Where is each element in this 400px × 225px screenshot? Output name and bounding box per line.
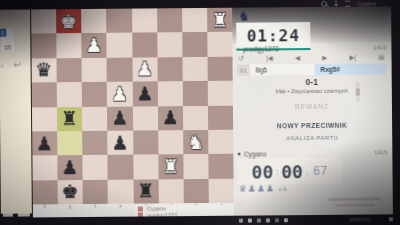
text-fragment: ch [4, 44, 11, 51]
square-b8[interactable] [184, 179, 209, 204]
prev-move-button[interactable]: ◀ [295, 54, 300, 62]
square-g4[interactable] [56, 82, 81, 107]
square-b4[interactable] [183, 81, 208, 106]
black-king[interactable]: ♚ [57, 180, 82, 205]
result-square-icon [138, 206, 143, 211]
black-queen[interactable]: ♛ [31, 58, 56, 83]
taskbar-tray [349, 218, 371, 222]
text-fragment-bar [18, 213, 30, 216]
white-pawn[interactable]: ♟ [132, 57, 157, 82]
taskbar-icon[interactable] [266, 218, 270, 222]
white-pawn[interactable]: ♟ [81, 33, 106, 58]
black-move-current[interactable]: Rxg5# [314, 63, 386, 75]
new-opponent-button[interactable]: NOWY PRZECIWNIK [237, 121, 387, 129]
clock-separator: . [304, 166, 310, 177]
square-d4[interactable]: ♟ [132, 81, 157, 106]
last-move-button[interactable]: ▶| [349, 54, 356, 62]
square-h8[interactable] [32, 180, 57, 205]
square-g6[interactable] [57, 131, 82, 156]
file-label: e [108, 204, 133, 210]
black-pawn[interactable]: ♟ [57, 155, 82, 180]
square-d7[interactable] [133, 155, 158, 180]
clock-seconds: 00 [281, 161, 303, 182]
square-a5[interactable] [208, 105, 233, 130]
square-h6[interactable]: ♟ [32, 131, 57, 156]
square-d8[interactable]: ♜ [133, 179, 158, 204]
square-f3[interactable] [82, 58, 107, 83]
clock-minutes: 00 [251, 161, 273, 182]
square-a1[interactable]: ♜ [207, 8, 232, 33]
player-rating: 1415 [374, 149, 387, 155]
white-king[interactable]: ♚ [56, 9, 81, 34]
clock-fraction: 67 [313, 164, 328, 178]
move-list-scrollbar[interactable] [356, 82, 360, 102]
square-h2[interactable] [31, 34, 56, 59]
captured-pieces-icons: ♛♟♟♟ [239, 183, 275, 193]
square-h7[interactable] [32, 155, 57, 180]
logged-in-username[interactable]: Cygano [357, 0, 376, 6]
square-e7[interactable] [108, 155, 133, 180]
black-pawn[interactable]: ♟ [32, 131, 57, 156]
square-h3[interactable]: ♛ [31, 58, 56, 83]
square-c7[interactable]: ♜ [158, 154, 183, 179]
file-label: h [32, 204, 57, 210]
square-g7[interactable]: ♟ [57, 155, 82, 180]
opponent-rating: 1415 [373, 44, 386, 50]
text-fragment-bar [329, 197, 381, 200]
square-d5[interactable] [132, 106, 157, 131]
move-navigation: ↺|◀◀▶▶|▤ [238, 52, 384, 63]
screen-content: 1 ch o ↩ ♚♜♟♛♟♟♟♜♟♟♟♟♞♟♜♚♜ 12345678 hgfe… [0, 0, 400, 225]
square-c6[interactable] [158, 130, 183, 155]
square-c4[interactable] [157, 81, 182, 106]
square-h5[interactable] [31, 107, 56, 132]
square-g5[interactable]: ♜ [57, 107, 82, 132]
square-f5[interactable] [82, 106, 107, 131]
black-color-icon: ● [237, 151, 241, 157]
square-e3[interactable] [107, 57, 132, 82]
square-a4[interactable] [208, 81, 233, 106]
photo-of-screen: 1 ch o ↩ ♚♜♟♛♟♟♟♜♟♟♟♟♞♟♜♚♜ 12345678 hgfe… [0, 0, 400, 225]
white-knight[interactable]: ♞ [183, 130, 208, 155]
file-label: g [58, 204, 83, 210]
user-icon[interactable] [334, 4, 338, 7]
square-d6[interactable] [133, 130, 158, 155]
square-f4[interactable] [82, 82, 107, 107]
square-a7[interactable] [209, 154, 234, 179]
square-d2[interactable] [132, 33, 157, 58]
square-c2[interactable] [157, 33, 182, 58]
square-b1[interactable] [182, 8, 207, 33]
square-c1[interactable] [157, 8, 182, 33]
next-move-button[interactable]: ▶ [322, 54, 327, 62]
square-f7[interactable] [82, 155, 107, 180]
taskbar-icon[interactable] [389, 217, 393, 221]
square-a6[interactable] [208, 130, 233, 155]
white-rook[interactable]: ♜ [207, 8, 232, 33]
square-e2[interactable] [107, 33, 132, 58]
square-f2[interactable]: ♟ [81, 33, 106, 58]
square-b6[interactable]: ♞ [183, 130, 208, 155]
taskbar-icon[interactable] [257, 218, 261, 222]
flip-board-button[interactable]: ↺ [238, 55, 244, 63]
square-e6[interactable]: ♟ [107, 130, 132, 155]
game-result: 0-1 [237, 76, 387, 87]
square-g3[interactable] [56, 58, 81, 83]
square-h1[interactable] [31, 9, 56, 34]
rematch-button[interactable]: REWANŻ [237, 102, 387, 110]
black-rook[interactable]: ♜ [133, 179, 158, 204]
player-name[interactable]: Cygano [244, 149, 374, 157]
square-a3[interactable] [208, 56, 233, 81]
black-pawn[interactable]: ♟ [107, 106, 132, 131]
square-c8[interactable] [158, 179, 183, 204]
opponent-name[interactable]: prodigy1372 [243, 44, 373, 52]
square-e1[interactable] [106, 9, 131, 34]
square-d3[interactable]: ♟ [132, 57, 157, 82]
black-pawn[interactable]: ♟ [107, 130, 132, 155]
square-b7[interactable] [183, 154, 208, 179]
move-list-row: 31 Bg5 Rxg5# [237, 63, 387, 75]
square-d1[interactable] [132, 8, 157, 33]
square-h4[interactable] [31, 82, 56, 107]
taskbar-icon[interactable] [275, 218, 279, 222]
notification-badge: 1 [0, 29, 6, 37]
knight-logo-icon: ♞ [238, 10, 250, 23]
player-row[interactable]: ● Cygano 1415 [237, 147, 389, 158]
white-color-icon: ○ [236, 46, 240, 52]
material-advantage: +9 [278, 185, 287, 192]
white-rook[interactable]: ♜ [158, 154, 183, 179]
black-pawn[interactable]: ♟ [132, 81, 157, 106]
background-window-strip [0, 9, 32, 213]
move-number: 31 [237, 65, 250, 76]
square-e8[interactable] [108, 179, 133, 204]
player-clock: 00 : 00 . 67 [237, 158, 341, 185]
square-c3[interactable] [157, 57, 182, 82]
white-pawn[interactable]: ♟ [107, 82, 132, 107]
square-e4[interactable]: ♟ [107, 82, 132, 107]
white-move[interactable]: Bg5 [249, 64, 314, 76]
clock-separator: : [274, 166, 280, 177]
square-b5[interactable] [183, 105, 208, 130]
square-b3[interactable] [183, 57, 208, 82]
chess-board[interactable]: ♚♜♟♛♟♟♟♜♟♟♟♟♞♟♜♚♜ [31, 8, 235, 205]
black-rook[interactable]: ♜ [57, 107, 82, 132]
square-g1[interactable]: ♚ [56, 9, 81, 34]
square-f6[interactable] [82, 131, 107, 156]
captured-material: ♛♟♟♟ +9 [239, 183, 287, 193]
square-g8[interactable]: ♚ [57, 180, 82, 205]
square-c5[interactable]: ♟ [158, 106, 183, 131]
reply-icon: ↩ [14, 60, 22, 70]
square-f1[interactable] [81, 9, 106, 34]
square-a2[interactable] [208, 32, 233, 57]
text-fragment: o [1, 63, 4, 69]
square-a8[interactable] [209, 178, 234, 203]
file-label: f [83, 204, 108, 210]
black-pawn[interactable]: ♟ [158, 106, 183, 131]
taskbar-icon[interactable] [284, 218, 288, 222]
taskbar-icon[interactable] [239, 219, 243, 223]
square-b2[interactable] [182, 32, 207, 57]
site-header: Cygano [321, 0, 376, 7]
taskbar-icon[interactable] [248, 219, 252, 223]
square-f8[interactable] [83, 179, 108, 204]
square-g2[interactable] [56, 33, 81, 58]
menu-icon[interactable] [345, 0, 350, 6]
text-fragment-bar [335, 203, 375, 206]
square-e5[interactable]: ♟ [107, 106, 132, 131]
search-icon[interactable] [321, 0, 327, 6]
first-move-button[interactable]: |◀ [266, 54, 273, 62]
analysis-board-button[interactable]: ▤ [378, 53, 384, 61]
text-fragment-bar [3, 214, 13, 217]
